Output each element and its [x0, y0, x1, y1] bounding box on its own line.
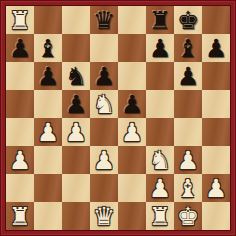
square-b6[interactable]: ♟	[34, 62, 62, 90]
square-e8[interactable]	[118, 6, 146, 34]
square-a7[interactable]: ♟	[6, 34, 34, 62]
square-b1[interactable]	[34, 202, 62, 230]
square-f1[interactable]: ♜	[146, 202, 174, 230]
piece-white-king-g1[interactable]: ♚	[174, 202, 202, 230]
piece-white-pawn-f2[interactable]: ♟	[146, 174, 174, 202]
square-f2[interactable]: ♟	[146, 174, 174, 202]
square-b8[interactable]	[34, 6, 62, 34]
piece-white-pawn-g3[interactable]: ♟	[174, 146, 202, 174]
square-e7[interactable]	[118, 34, 146, 62]
square-h3[interactable]	[202, 146, 230, 174]
piece-white-pawn-e4[interactable]: ♟	[118, 118, 146, 146]
square-e5[interactable]: ♟	[118, 90, 146, 118]
piece-black-pawn-g6[interactable]: ♟	[174, 62, 202, 90]
square-g7[interactable]: ♝	[174, 34, 202, 62]
piece-black-bishop-b7[interactable]: ♝	[34, 34, 62, 62]
square-a6[interactable]	[6, 62, 34, 90]
square-b7[interactable]: ♝	[34, 34, 62, 62]
square-f6[interactable]	[146, 62, 174, 90]
square-e2[interactable]	[118, 174, 146, 202]
square-e6[interactable]	[118, 62, 146, 90]
square-g1[interactable]: ♚	[174, 202, 202, 230]
square-f8[interactable]: ♜	[146, 6, 174, 34]
piece-black-king-g8[interactable]: ♚	[174, 6, 202, 34]
square-f4[interactable]	[146, 118, 174, 146]
square-d2[interactable]	[90, 174, 118, 202]
square-g6[interactable]: ♟	[174, 62, 202, 90]
piece-white-bishop-g2[interactable]: ♝	[174, 174, 202, 202]
piece-black-pawn-d6[interactable]: ♟	[90, 62, 118, 90]
square-d4[interactable]	[90, 118, 118, 146]
square-g2[interactable]: ♝	[174, 174, 202, 202]
square-h5[interactable]	[202, 90, 230, 118]
piece-black-knight-c6[interactable]: ♞	[62, 62, 90, 90]
square-h8[interactable]	[202, 6, 230, 34]
square-g5[interactable]	[174, 90, 202, 118]
square-c7[interactable]	[62, 34, 90, 62]
piece-white-queen-d1[interactable]: ♛	[90, 202, 118, 230]
piece-black-pawn-b6[interactable]: ♟	[34, 62, 62, 90]
square-h1[interactable]	[202, 202, 230, 230]
piece-black-rook-f8[interactable]: ♜	[146, 6, 174, 34]
square-e4[interactable]: ♟	[118, 118, 146, 146]
piece-white-rook-a1[interactable]: ♜	[6, 202, 34, 230]
piece-white-pawn-h2[interactable]: ♟	[202, 174, 230, 202]
square-d3[interactable]: ♟	[90, 146, 118, 174]
square-b5[interactable]	[34, 90, 62, 118]
square-h2[interactable]: ♟	[202, 174, 230, 202]
square-h4[interactable]	[202, 118, 230, 146]
square-f5[interactable]	[146, 90, 174, 118]
piece-black-bishop-g7[interactable]: ♝	[174, 34, 202, 62]
piece-white-pawn-b4[interactable]: ♟	[34, 118, 62, 146]
square-d5[interactable]: ♞	[90, 90, 118, 118]
square-b3[interactable]	[34, 146, 62, 174]
piece-white-knight-d5[interactable]: ♞	[90, 90, 118, 118]
piece-white-pawn-c4[interactable]: ♟	[62, 118, 90, 146]
piece-black-pawn-a7[interactable]: ♟	[6, 34, 34, 62]
piece-white-rook-f1[interactable]: ♜	[146, 202, 174, 230]
square-d8[interactable]: ♛	[90, 6, 118, 34]
piece-white-pawn-a3[interactable]: ♟	[6, 146, 34, 174]
square-h6[interactable]	[202, 62, 230, 90]
piece-black-pawn-h7[interactable]: ♟	[202, 34, 230, 62]
board-frame: ♜♛♜♚♟♝♟♝♟♟♞♟♟♟♞♟♟♟♟♟♟♞♟♟♝♟♜♛♜♚	[0, 0, 236, 236]
square-a2[interactable]	[6, 174, 34, 202]
square-e1[interactable]	[118, 202, 146, 230]
square-g4[interactable]	[174, 118, 202, 146]
piece-white-knight-f3[interactable]: ♞	[146, 146, 174, 174]
square-g3[interactable]: ♟	[174, 146, 202, 174]
square-c1[interactable]	[62, 202, 90, 230]
square-b4[interactable]: ♟	[34, 118, 62, 146]
chess-board: ♜♛♜♚♟♝♟♝♟♟♞♟♟♟♞♟♟♟♟♟♟♞♟♟♝♟♜♛♜♚	[6, 6, 230, 230]
square-b2[interactable]	[34, 174, 62, 202]
square-d7[interactable]	[90, 34, 118, 62]
square-a1[interactable]: ♜	[6, 202, 34, 230]
square-c6[interactable]: ♞	[62, 62, 90, 90]
piece-black-pawn-c5[interactable]: ♟	[62, 90, 90, 118]
square-d6[interactable]: ♟	[90, 62, 118, 90]
square-f7[interactable]: ♟	[146, 34, 174, 62]
square-a3[interactable]: ♟	[6, 146, 34, 174]
square-c3[interactable]	[62, 146, 90, 174]
piece-white-pawn-d3[interactable]: ♟	[90, 146, 118, 174]
square-c4[interactable]: ♟	[62, 118, 90, 146]
piece-white-rook-a8[interactable]: ♜	[6, 6, 34, 34]
piece-black-pawn-f7[interactable]: ♟	[146, 34, 174, 62]
square-a8[interactable]: ♜	[6, 6, 34, 34]
square-c5[interactable]: ♟	[62, 90, 90, 118]
square-h7[interactable]: ♟	[202, 34, 230, 62]
square-c8[interactable]	[62, 6, 90, 34]
square-g8[interactable]: ♚	[174, 6, 202, 34]
square-a4[interactable]	[6, 118, 34, 146]
square-e3[interactable]	[118, 146, 146, 174]
square-d1[interactable]: ♛	[90, 202, 118, 230]
piece-black-queen-d8[interactable]: ♛	[90, 6, 118, 34]
piece-black-pawn-e5[interactable]: ♟	[118, 90, 146, 118]
square-f3[interactable]: ♞	[146, 146, 174, 174]
square-a5[interactable]	[6, 90, 34, 118]
square-c2[interactable]	[62, 174, 90, 202]
